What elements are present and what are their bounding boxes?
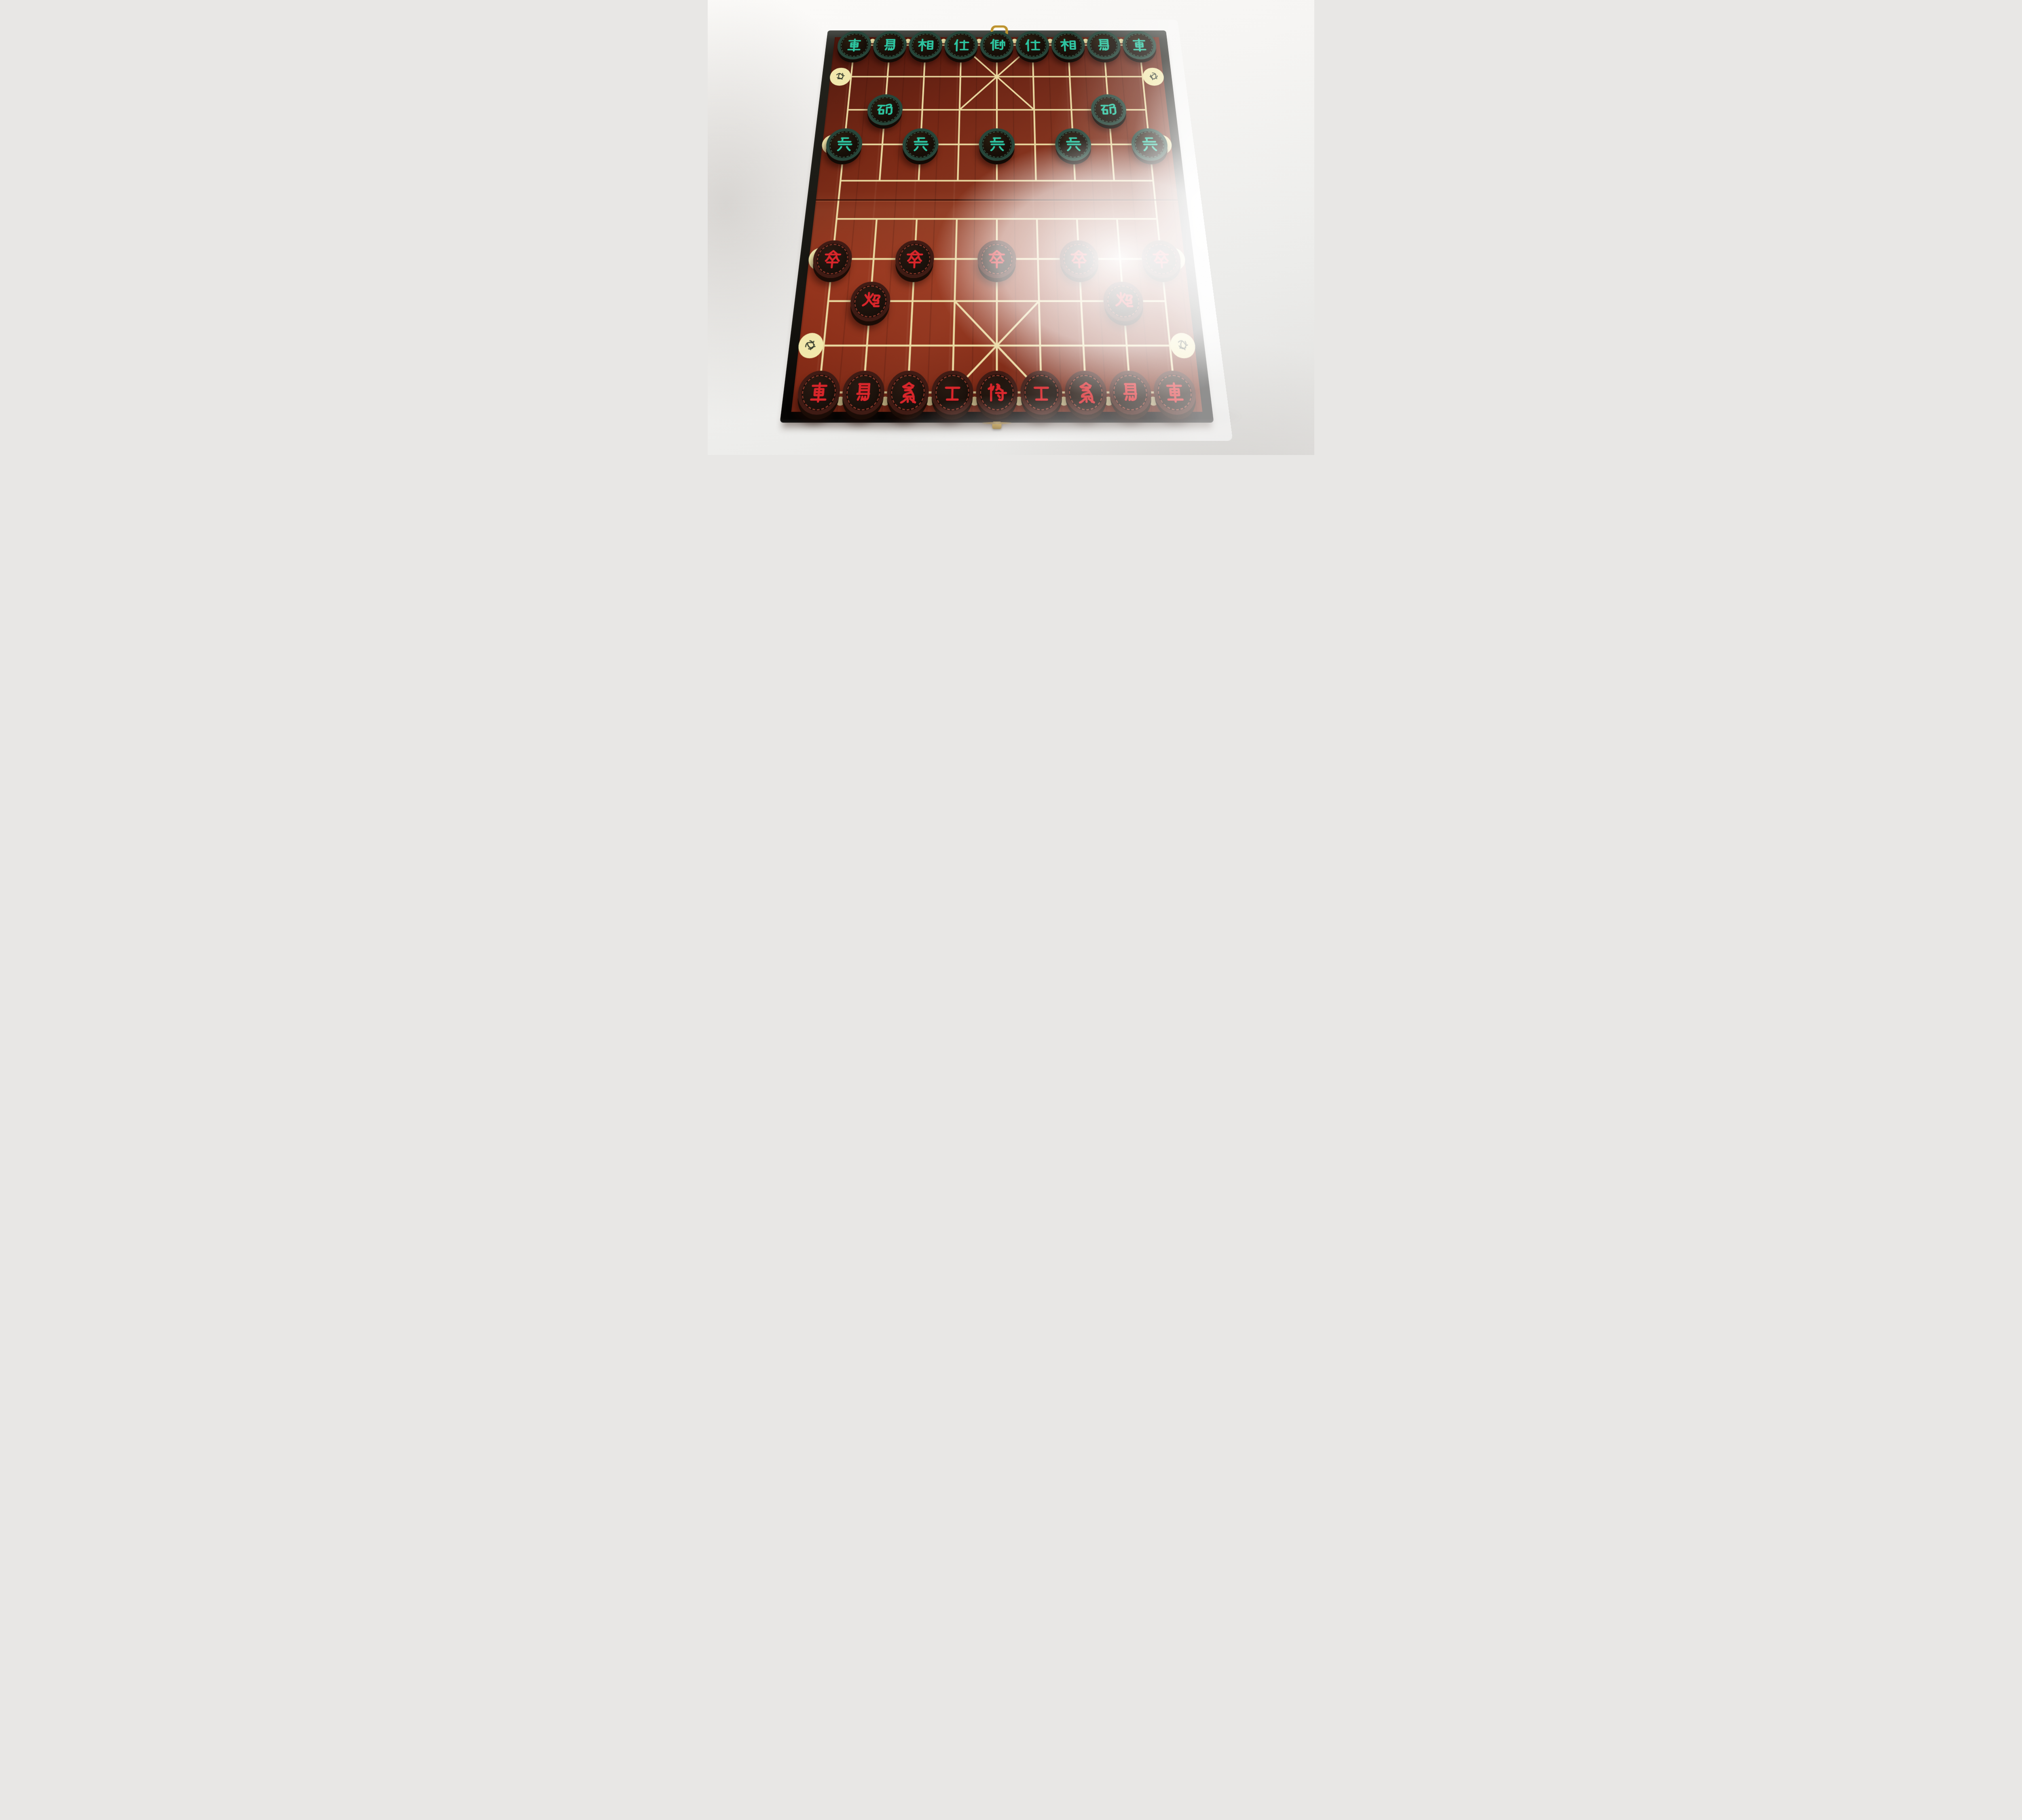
piece-glyph-車 [1130, 38, 1148, 52]
brass-clasp-icon [992, 422, 1002, 429]
piece-red-chariot[interactable] [795, 371, 842, 415]
piece-glyph-兵 [1064, 136, 1083, 152]
piece-green-general[interactable] [980, 31, 1014, 59]
piece-glyph-兵 [911, 136, 930, 152]
piece-glyph-卒 [987, 250, 1007, 268]
piece-green-soldier[interactable] [1055, 128, 1092, 161]
piece-glyph-象 [1075, 381, 1097, 403]
piece-green-soldier[interactable] [901, 128, 939, 161]
xiangqi-board [780, 30, 1214, 423]
piece-glyph-炮 [860, 291, 881, 311]
piece-red-general[interactable] [976, 371, 1018, 415]
piece-red-cannon[interactable] [1102, 281, 1145, 321]
piece-green-cannon[interactable] [1090, 95, 1127, 125]
piece-green-advisor[interactable] [1015, 31, 1049, 59]
piece-glyph-卒 [905, 250, 925, 268]
piece-green-cannon[interactable] [866, 95, 903, 125]
piece-red-horse[interactable] [1108, 371, 1153, 415]
piece-glyph-士 [941, 381, 963, 403]
piece-red-soldier[interactable] [894, 240, 935, 278]
piece-glyph-砲 [876, 102, 894, 117]
piece-glyph-卒 [1151, 250, 1172, 268]
piece-glyph-馬 [1119, 381, 1142, 403]
piece-red-elephant[interactable] [1064, 371, 1108, 415]
piece-glyph-卒 [822, 250, 843, 268]
piece-glyph-象 [897, 381, 919, 403]
board-field [791, 37, 1203, 412]
piece-red-soldier[interactable] [811, 240, 854, 278]
piece-green-soldier[interactable] [825, 128, 864, 161]
piece-glyph-相 [917, 38, 934, 52]
piece-glyph-炮 [1113, 291, 1134, 311]
piece-green-soldier[interactable] [979, 128, 1015, 161]
piece-glyph-帥 [988, 38, 1005, 52]
piece-red-advisor[interactable] [1020, 371, 1063, 415]
piece-glyph-相 [1060, 38, 1077, 52]
piece-glyph-兵 [834, 136, 854, 152]
piece-glyph-馬 [1095, 38, 1113, 52]
piece-glyph-兵 [988, 136, 1006, 152]
piece-red-elephant[interactable] [886, 371, 930, 415]
piece-red-horse[interactable] [841, 371, 886, 415]
piece-glyph-車 [845, 38, 863, 52]
piece-glyph-將 [986, 381, 1007, 403]
piece-glyph-士 [1031, 381, 1052, 403]
piece-glyph-兵 [1140, 136, 1159, 152]
piece-glyph-仕 [1024, 38, 1041, 52]
pieces-layer [791, 37, 1203, 412]
piece-glyph-馬 [852, 381, 875, 403]
piece-glyph-車 [807, 381, 830, 403]
piece-red-chariot[interactable] [1152, 371, 1198, 415]
piece-glyph-砲 [1100, 102, 1118, 117]
piece-green-advisor[interactable] [944, 31, 978, 59]
piece-red-cannon[interactable] [849, 281, 891, 321]
piece-green-soldier[interactable] [1130, 128, 1170, 161]
photo-scene [708, 0, 1314, 455]
piece-red-advisor[interactable] [931, 371, 973, 415]
piece-glyph-車 [1163, 381, 1187, 403]
piece-red-soldier[interactable] [1059, 240, 1100, 278]
piece-red-soldier[interactable] [1140, 240, 1182, 278]
piece-glyph-馬 [881, 38, 899, 52]
piece-glyph-卒 [1069, 250, 1089, 268]
piece-red-soldier[interactable] [977, 240, 1016, 278]
piece-glyph-仕 [953, 38, 970, 52]
